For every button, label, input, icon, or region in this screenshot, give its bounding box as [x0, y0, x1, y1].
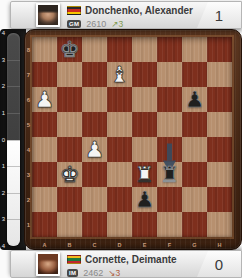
square-c2[interactable] — [82, 187, 107, 212]
piece-black-pawn[interactable]: ♟ — [185, 87, 205, 112]
piece-black-rook[interactable]: ♜ — [160, 162, 180, 187]
square-h1[interactable] — [207, 212, 232, 237]
piece-black-pawn[interactable]: ♟ — [135, 187, 155, 212]
square-f7[interactable] — [157, 62, 182, 87]
square-h6[interactable] — [207, 87, 232, 112]
square-f1[interactable] — [157, 212, 182, 237]
score-top: 1 — [215, 7, 223, 24]
title-badge-bottom: IM — [67, 269, 78, 277]
piece-white-pawn[interactable]: ♟ — [35, 87, 55, 112]
square-f5[interactable] — [157, 112, 182, 137]
square-h8[interactable] — [207, 37, 232, 62]
flag-germany-icon — [67, 6, 81, 15]
player-bar-top: Donchenko, Alexander GM 2610 ↗3 1 — [10, 1, 242, 29]
square-e1[interactable] — [132, 212, 157, 237]
square-e6[interactable] — [132, 87, 157, 112]
rating-top: 2610 — [86, 19, 106, 29]
square-f3[interactable]: ♜ — [157, 162, 182, 187]
square-c4[interactable]: ♟ — [82, 137, 107, 162]
eval-label: 2 — [0, 83, 7, 89]
title-badge-top: GM — [67, 20, 81, 28]
rating-change-top: 3 — [118, 19, 123, 29]
eval-label: 4 — [0, 243, 7, 249]
square-c8[interactable] — [82, 37, 107, 62]
square-f2[interactable] — [157, 187, 182, 212]
square-c7[interactable] — [82, 62, 107, 87]
avatar-top[interactable] — [36, 3, 60, 27]
square-g4[interactable] — [182, 137, 207, 162]
square-h5[interactable] — [207, 112, 232, 137]
square-f6[interactable] — [157, 87, 182, 112]
eval-label: 3 — [0, 216, 7, 222]
piece-white-pawn[interactable]: ♟ — [85, 137, 105, 162]
file-label-e: E — [132, 240, 157, 250]
rank-label-3: 3 — [25, 172, 32, 178]
square-f8[interactable] — [157, 37, 182, 62]
square-c6[interactable] — [82, 87, 107, 112]
evaluation-gauge — [7, 33, 20, 246]
square-b2[interactable] — [57, 187, 82, 212]
rank-label-1: 1 — [25, 222, 32, 228]
square-h3[interactable] — [207, 162, 232, 187]
square-d1[interactable] — [107, 212, 132, 237]
square-d7[interactable]: ♝ — [107, 62, 132, 87]
square-a3[interactable] — [32, 162, 57, 187]
evaluation-bar: 432101234 — [0, 29, 26, 250]
eval-label: 0 — [0, 137, 7, 143]
square-e4[interactable] — [132, 137, 157, 162]
square-a5[interactable] — [32, 112, 57, 137]
square-b4[interactable] — [57, 137, 82, 162]
file-label-h: H — [207, 240, 232, 250]
square-b8[interactable]: ♚ — [57, 37, 82, 62]
rank-label-2: 2 — [25, 197, 32, 203]
square-d6[interactable] — [107, 87, 132, 112]
square-a7[interactable] — [32, 62, 57, 87]
square-b6[interactable] — [57, 87, 82, 112]
square-b1[interactable] — [57, 212, 82, 237]
board-area: 432101234 ♚♝♟♟♟♚♜♜♟ 87654321 ABCDEFGH — [0, 29, 242, 250]
square-f4[interactable] — [157, 137, 182, 162]
file-label-c: C — [82, 240, 107, 250]
square-e3[interactable]: ♜ — [132, 162, 157, 187]
square-e2[interactable]: ♟ — [132, 187, 157, 212]
file-label-g: G — [182, 240, 207, 250]
piece-white-bishop[interactable]: ♝ — [110, 62, 130, 87]
score-box-top: 1 — [197, 2, 241, 28]
chess-widget: Donchenko, Alexander GM 2610 ↗3 1 432101… — [0, 0, 242, 278]
eval-label: 1 — [0, 110, 7, 116]
square-b5[interactable] — [57, 112, 82, 137]
square-h2[interactable] — [207, 187, 232, 212]
square-g5[interactable] — [182, 112, 207, 137]
rank-label-8: 8 — [25, 47, 32, 53]
square-h7[interactable] — [207, 62, 232, 87]
square-e5[interactable] — [132, 112, 157, 137]
eval-label: 2 — [0, 190, 7, 196]
board-frame: ♚♝♟♟♟♚♜♜♟ 87654321 ABCDEFGH — [24, 29, 242, 250]
square-c5[interactable] — [82, 112, 107, 137]
square-d2[interactable] — [107, 187, 132, 212]
player-bar-bottom: Cornette, Deimante IM 2462 ↘3 0 — [10, 250, 242, 278]
square-g2[interactable] — [182, 187, 207, 212]
square-d5[interactable] — [107, 112, 132, 137]
rating-change-bottom: 3 — [115, 268, 120, 278]
eval-label: 3 — [0, 57, 7, 63]
square-b7[interactable] — [57, 62, 82, 87]
file-label-b: B — [57, 240, 82, 250]
square-c1[interactable] — [82, 212, 107, 237]
rank-label-5: 5 — [25, 122, 32, 128]
square-d3[interactable] — [107, 162, 132, 187]
square-g8[interactable] — [182, 37, 207, 62]
rating-trend-bottom: ↘3 — [108, 268, 120, 278]
square-g6[interactable]: ♟ — [182, 87, 207, 112]
file-label-f: F — [157, 240, 182, 250]
square-a6[interactable]: ♟ — [32, 87, 57, 112]
square-a1[interactable] — [32, 212, 57, 237]
score-box-bottom: 0 — [197, 251, 241, 277]
square-a2[interactable] — [32, 187, 57, 212]
square-g1[interactable] — [182, 212, 207, 237]
square-b3[interactable]: ♚ — [57, 162, 82, 187]
flag-lithuania-icon — [67, 255, 81, 264]
file-label-a: A — [32, 240, 57, 250]
square-e7[interactable] — [132, 62, 157, 87]
square-g3[interactable] — [182, 162, 207, 187]
file-label-d: D — [107, 240, 132, 250]
square-a8[interactable] — [32, 37, 57, 62]
avatar-bottom[interactable] — [36, 252, 60, 276]
rank-label-6: 6 — [25, 97, 32, 103]
eval-label: 4 — [0, 30, 7, 36]
piece-black-king[interactable]: ♚ — [60, 37, 80, 62]
piece-white-rook[interactable]: ♜ — [135, 162, 155, 187]
square-c3[interactable] — [82, 162, 107, 187]
square-e8[interactable] — [132, 37, 157, 62]
rating-trend-top: ↗3 — [111, 19, 123, 29]
chess-board: ♚♝♟♟♟♚♜♜♟ — [32, 37, 232, 237]
square-g7[interactable] — [182, 62, 207, 87]
player-name-bottom[interactable]: Cornette, Deimante — [85, 254, 177, 265]
player-name-top[interactable]: Donchenko, Alexander — [85, 5, 193, 16]
eval-label: 1 — [0, 163, 7, 169]
score-bottom: 0 — [215, 256, 223, 273]
square-a4[interactable] — [32, 137, 57, 162]
square-d4[interactable] — [107, 137, 132, 162]
rating-bottom: 2462 — [83, 268, 103, 278]
piece-white-king[interactable]: ♚ — [60, 162, 80, 187]
square-d8[interactable] — [107, 37, 132, 62]
square-h4[interactable] — [207, 137, 232, 162]
rank-label-4: 4 — [25, 147, 32, 153]
rank-label-7: 7 — [25, 72, 32, 78]
